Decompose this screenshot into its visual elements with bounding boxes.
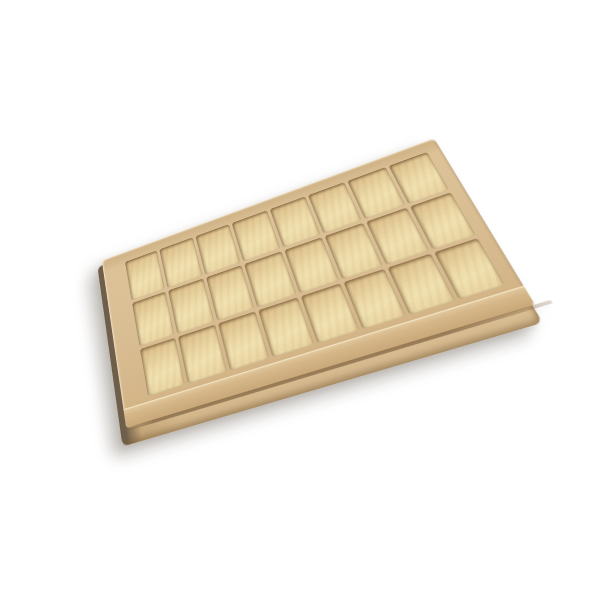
tray-product-photo xyxy=(0,0,600,600)
tray-drop-shadow xyxy=(0,0,600,600)
tray-cell[interactable] xyxy=(169,279,214,334)
tray-cell[interactable] xyxy=(132,292,175,346)
